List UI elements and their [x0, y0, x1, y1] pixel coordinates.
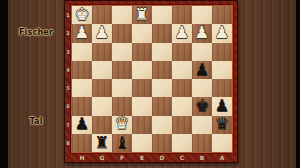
square-h4[interactable] — [72, 61, 92, 79]
square-f2[interactable] — [112, 24, 132, 42]
square-a8[interactable] — [212, 134, 232, 152]
piece-white-pawn[interactable]: ♟ — [192, 24, 212, 42]
square-a2[interactable]: ♟ — [212, 24, 232, 42]
piece-black-king[interactable]: ♚ — [192, 97, 212, 115]
piece-black-pawn[interactable]: ♟ — [212, 97, 232, 115]
square-g7[interactable] — [92, 116, 112, 134]
square-f3[interactable] — [112, 43, 132, 61]
square-e1[interactable]: ♜ — [132, 6, 152, 24]
piece-black-queen[interactable]: ♛ — [212, 116, 232, 134]
piece-white-pawn[interactable]: ♟ — [212, 24, 232, 42]
left-black-strip — [0, 0, 8, 168]
player-name-top: Fischer — [8, 28, 64, 37]
rank-label-4: 4 — [64, 61, 72, 79]
square-b7[interactable] — [192, 116, 212, 134]
piece-black-bishop[interactable]: ♝ — [112, 134, 132, 152]
app-window: Fischer Tal 12345678 HGFEDCBA ♚♜♟♟♟♟♟♟♚♟… — [0, 0, 300, 168]
rank-label-2: 2 — [64, 24, 72, 42]
square-e7[interactable] — [132, 116, 152, 134]
square-b5[interactable] — [192, 79, 212, 97]
square-h2[interactable]: ♟ — [72, 24, 92, 42]
rank-labels: 12345678 — [64, 6, 72, 152]
chess-board: 12345678 HGFEDCBA ♚♜♟♟♟♟♟♟♚♟♟♛♛♜♝ — [64, 0, 238, 163]
file-labels: HGFEDCBA — [72, 152, 232, 163]
square-f4[interactable] — [112, 61, 132, 79]
file-label-b: B — [192, 152, 212, 163]
square-a6[interactable]: ♟ — [212, 97, 232, 115]
square-b2[interactable]: ♟ — [192, 24, 212, 42]
square-c4[interactable] — [172, 61, 192, 79]
right-black-strip — [296, 0, 300, 168]
square-c3[interactable] — [172, 43, 192, 61]
square-b4[interactable]: ♟ — [192, 61, 212, 79]
piece-white-pawn[interactable]: ♟ — [72, 24, 92, 42]
square-g3[interactable] — [92, 43, 112, 61]
square-h7[interactable]: ♟ — [72, 116, 92, 134]
square-a4[interactable] — [212, 61, 232, 79]
piece-white-queen[interactable]: ♛ — [112, 116, 132, 134]
square-h6[interactable] — [72, 97, 92, 115]
square-f6[interactable] — [112, 97, 132, 115]
board-grid: ♚♜♟♟♟♟♟♟♚♟♟♛♛♜♝ — [72, 6, 232, 152]
square-c2[interactable]: ♟ — [172, 24, 192, 42]
square-d5[interactable] — [152, 79, 172, 97]
square-f7[interactable]: ♛ — [112, 116, 132, 134]
square-g1[interactable] — [92, 6, 112, 24]
square-a5[interactable] — [212, 79, 232, 97]
square-h5[interactable] — [72, 79, 92, 97]
square-e8[interactable] — [132, 134, 152, 152]
square-d3[interactable] — [152, 43, 172, 61]
square-f5[interactable] — [112, 79, 132, 97]
square-c7[interactable] — [172, 116, 192, 134]
square-g2[interactable]: ♟ — [92, 24, 112, 42]
file-label-d: D — [152, 152, 172, 163]
square-g4[interactable] — [92, 61, 112, 79]
rank-label-6: 6 — [64, 97, 72, 115]
square-g8[interactable]: ♜ — [92, 134, 112, 152]
rank-label-7: 7 — [64, 116, 72, 134]
piece-black-pawn[interactable]: ♟ — [72, 116, 92, 134]
square-e2[interactable] — [132, 24, 152, 42]
file-label-a: A — [212, 152, 232, 163]
square-c8[interactable] — [172, 134, 192, 152]
file-label-g: G — [92, 152, 112, 163]
piece-white-king[interactable]: ♚ — [72, 6, 92, 24]
square-a3[interactable] — [212, 43, 232, 61]
square-d1[interactable] — [152, 6, 172, 24]
square-e6[interactable] — [132, 97, 152, 115]
square-d6[interactable] — [152, 97, 172, 115]
square-f8[interactable]: ♝ — [112, 134, 132, 152]
file-label-f: F — [112, 152, 132, 163]
square-d8[interactable] — [152, 134, 172, 152]
square-d4[interactable] — [152, 61, 172, 79]
piece-black-rook[interactable]: ♜ — [92, 134, 112, 152]
rank-label-3: 3 — [64, 43, 72, 61]
square-a7[interactable]: ♛ — [212, 116, 232, 134]
piece-black-pawn[interactable]: ♟ — [192, 61, 212, 79]
square-b8[interactable] — [192, 134, 212, 152]
player-name-bottom: Tal — [8, 117, 64, 126]
square-e5[interactable] — [132, 79, 152, 97]
square-f1[interactable] — [112, 6, 132, 24]
square-a1[interactable] — [212, 6, 232, 24]
square-b6[interactable]: ♚ — [192, 97, 212, 115]
square-g6[interactable] — [92, 97, 112, 115]
square-b1[interactable] — [192, 6, 212, 24]
file-label-h: H — [72, 152, 92, 163]
square-c1[interactable] — [172, 6, 192, 24]
rank-label-5: 5 — [64, 79, 72, 97]
square-e3[interactable] — [132, 43, 152, 61]
square-c5[interactable] — [172, 79, 192, 97]
square-g5[interactable] — [92, 79, 112, 97]
square-h3[interactable] — [72, 43, 92, 61]
piece-white-pawn[interactable]: ♟ — [172, 24, 192, 42]
square-b3[interactable] — [192, 43, 212, 61]
rank-label-8: 8 — [64, 134, 72, 152]
piece-white-pawn[interactable]: ♟ — [92, 24, 112, 42]
rank-label-1: 1 — [64, 6, 72, 24]
piece-white-rook[interactable]: ♜ — [132, 6, 152, 24]
file-label-e: E — [132, 152, 152, 163]
file-label-c: C — [172, 152, 192, 163]
square-d7[interactable] — [152, 116, 172, 134]
square-d2[interactable] — [152, 24, 172, 42]
square-h1[interactable]: ♚ — [72, 6, 92, 24]
square-h8[interactable] — [72, 134, 92, 152]
square-e4[interactable] — [132, 61, 152, 79]
square-c6[interactable] — [172, 97, 192, 115]
